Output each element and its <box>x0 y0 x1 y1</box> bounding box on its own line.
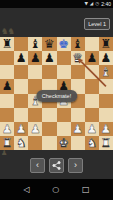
square-f2[interactable]: ♟ <box>71 122 85 136</box>
checkmate-toast: Checkmate! <box>36 90 77 102</box>
square-d1[interactable] <box>42 136 56 150</box>
square-e1[interactable]: ♚ <box>57 136 71 150</box>
square-h1[interactable]: ♜ <box>99 136 113 150</box>
piece-b7[interactable]: ♟ <box>16 52 27 64</box>
square-c8[interactable]: ♝ <box>28 37 42 51</box>
square-f7[interactable]: ♛ <box>71 51 85 65</box>
square-h8[interactable]: ♜ <box>99 37 113 51</box>
square-b5[interactable] <box>14 79 28 93</box>
square-f3[interactable] <box>71 108 85 122</box>
status-bar: ▼ ◢ ◷ 2:40 <box>0 0 113 8</box>
piece-a2[interactable]: ♟ <box>2 123 13 135</box>
square-b7[interactable]: ♟ <box>14 51 28 65</box>
square-b6[interactable] <box>14 65 28 79</box>
square-g6[interactable] <box>85 65 99 79</box>
square-e6[interactable] <box>57 65 71 79</box>
cell-signal-icon: ◢ <box>90 2 93 7</box>
android-navbar: ◁ ○ □ <box>0 179 113 200</box>
status-time: 2:40 <box>101 2 111 7</box>
square-e3[interactable] <box>57 108 71 122</box>
square-d6[interactable] <box>42 65 56 79</box>
alarm-icon: ◷ <box>95 2 99 7</box>
piece-b2[interactable]: ♟ <box>16 123 27 135</box>
square-d8[interactable]: ♛ <box>42 37 56 51</box>
square-d3[interactable] <box>42 108 56 122</box>
share-button[interactable] <box>49 158 64 173</box>
square-c3[interactable] <box>28 108 42 122</box>
piece-c8[interactable]: ♝ <box>30 38 41 50</box>
wifi-icon: ▼ <box>84 2 87 7</box>
move-toolbar: ‹ › <box>0 158 113 173</box>
square-b1[interactable]: ♞ <box>14 136 28 150</box>
piece-d8[interactable]: ♛ <box>44 38 55 50</box>
square-g1[interactable]: ♞ <box>85 136 99 150</box>
piece-a8[interactable]: ♜ <box>2 38 13 50</box>
piece-h8[interactable]: ♜ <box>101 38 112 50</box>
captured-pieces-top-tray: ♞♞ <box>1 27 14 36</box>
square-f1[interactable] <box>71 136 85 150</box>
square-a2[interactable]: ♟ <box>0 122 14 136</box>
square-a4[interactable] <box>0 94 14 108</box>
square-b3[interactable] <box>14 108 28 122</box>
piece-g1[interactable]: ♞ <box>86 137 97 149</box>
square-g7[interactable]: ♟ <box>85 51 99 65</box>
square-h5[interactable] <box>99 79 113 93</box>
square-c1[interactable] <box>28 136 42 150</box>
square-g8[interactable] <box>85 37 99 51</box>
square-h7[interactable]: ♟ <box>99 51 113 65</box>
square-a8[interactable]: ♜ <box>0 37 14 51</box>
piece-f7[interactable]: ♛ <box>72 52 83 64</box>
piece-f2[interactable]: ♟ <box>72 123 83 135</box>
share-icon <box>52 161 61 170</box>
square-b2[interactable]: ♟ <box>14 122 28 136</box>
prev-move-button[interactable]: ‹ <box>30 158 45 173</box>
square-h3[interactable] <box>99 108 113 122</box>
square-a7[interactable] <box>0 51 14 65</box>
piece-a1[interactable]: ♜ <box>2 137 13 149</box>
captured-pieces-bottom-tray: ♟ <box>1 150 7 157</box>
piece-c7[interactable]: ♟ <box>30 52 41 64</box>
piece-g7[interactable]: ♟ <box>86 52 97 64</box>
square-e8[interactable]: ♚ <box>57 37 71 51</box>
square-g3[interactable] <box>85 108 99 122</box>
piece-e1[interactable]: ♚ <box>58 137 69 149</box>
square-g5[interactable] <box>85 79 99 93</box>
square-b4[interactable] <box>14 94 28 108</box>
square-e2[interactable] <box>57 122 71 136</box>
square-h6[interactable]: ♝ <box>99 65 113 79</box>
piece-e8[interactable]: ♚ <box>58 38 69 50</box>
square-c6[interactable] <box>28 65 42 79</box>
square-d2[interactable] <box>42 122 56 136</box>
square-f8[interactable]: ♝ <box>71 37 85 51</box>
square-a1[interactable]: ♜ <box>0 136 14 150</box>
piece-d7[interactable]: ♟ <box>44 52 55 64</box>
square-d7[interactable]: ♟ <box>42 51 56 65</box>
back-icon[interactable]: ◁ <box>23 186 29 194</box>
square-c7[interactable]: ♟ <box>28 51 42 65</box>
piece-h2[interactable]: ♟ <box>101 123 112 135</box>
square-a3[interactable] <box>0 108 14 122</box>
square-g4[interactable] <box>85 94 99 108</box>
square-h4[interactable] <box>99 94 113 108</box>
level-button[interactable]: Level 1 <box>84 18 110 30</box>
square-b8[interactable] <box>14 37 28 51</box>
phone-screen: ▼ ◢ ◷ 2:40 Level 1 ♞♞ ♟ ♜♝♛♚♝♜♟♟♟♛♟♟♝♟♟♝… <box>0 0 113 200</box>
piece-h6[interactable]: ♝ <box>101 66 112 78</box>
square-e7[interactable] <box>57 51 71 65</box>
piece-c2[interactable]: ♟ <box>30 123 41 135</box>
piece-f8[interactable]: ♝ <box>72 38 83 50</box>
square-f6[interactable] <box>71 65 85 79</box>
square-g2[interactable]: ♟ <box>85 122 99 136</box>
piece-a5[interactable]: ♟ <box>2 80 13 92</box>
piece-h1[interactable]: ♜ <box>101 137 112 149</box>
square-c2[interactable]: ♟ <box>28 122 42 136</box>
recents-icon[interactable]: □ <box>82 186 90 194</box>
next-move-button[interactable]: › <box>68 158 83 173</box>
piece-h7[interactable]: ♟ <box>101 52 112 64</box>
square-a5[interactable]: ♟ <box>0 79 14 93</box>
square-a6[interactable] <box>0 65 14 79</box>
square-h2[interactable]: ♟ <box>99 122 113 136</box>
piece-b1[interactable]: ♞ <box>16 137 27 149</box>
home-icon[interactable]: ○ <box>52 186 59 194</box>
piece-g2[interactable]: ♟ <box>86 123 97 135</box>
